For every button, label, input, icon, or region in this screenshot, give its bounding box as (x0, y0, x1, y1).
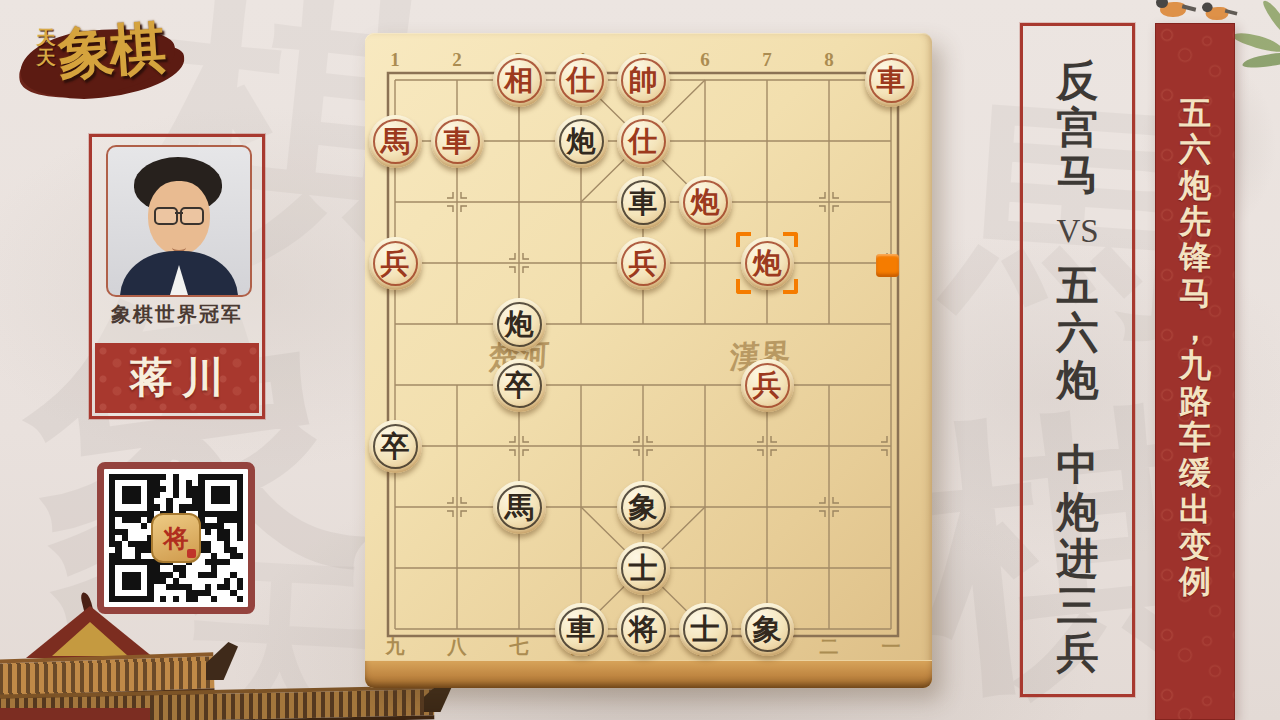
match-title-char: 反 (1057, 58, 1099, 105)
piece-glyph: 士 (691, 615, 720, 644)
xiangqi-piece-black[interactable]: 士 (617, 542, 670, 595)
file-label-top: 1 (390, 49, 400, 71)
banner-char: 缓 (1179, 455, 1211, 491)
match-title-text: 反宫马 (1057, 58, 1099, 199)
xiangqi-piece-black[interactable]: 車 (555, 603, 608, 656)
qr-center-label: 将 (164, 522, 189, 555)
banner-char: 变 (1179, 527, 1211, 563)
match-title-char: 中 (1057, 442, 1099, 489)
match-title-text: 五六炮 (1057, 263, 1099, 404)
stage: 棋 象 馬 棋 天 天天 象棋 象棋世界冠军 蒋川 将 (0, 0, 1280, 720)
xiangqi-piece-black[interactable]: 卒 (493, 359, 546, 412)
match-title-char: 宫 (1057, 105, 1099, 152)
glasses-icon (154, 207, 204, 223)
file-label-top: 7 (762, 49, 772, 71)
file-label-top: 6 (700, 49, 710, 71)
match-title-frame: 反宫马VS五六炮中炮进三兵 (1020, 23, 1135, 697)
piece-glyph: 炮 (567, 127, 596, 156)
xiangqi-piece-red[interactable]: 馬 (369, 115, 422, 168)
xiangqi-piece-red[interactable]: 車 (431, 115, 484, 168)
qr-code: 将 (97, 462, 255, 614)
banner-char: 炮 (1179, 167, 1211, 203)
xiangqi-piece-red[interactable]: 仕 (617, 115, 670, 168)
piece-glyph: 馬 (505, 493, 534, 522)
banner-char: 锋 (1179, 239, 1211, 275)
xiangqi-piece-red[interactable]: 仕 (555, 54, 608, 107)
leaf-icon (1241, 50, 1280, 70)
match-vs-text: VS (1056, 212, 1098, 250)
piece-glyph: 兵 (381, 249, 410, 278)
xiangqi-piece-black[interactable]: 炮 (493, 298, 546, 351)
leaf-icon (1260, 0, 1280, 36)
piece-glyph: 象 (753, 615, 782, 644)
piece-glyph: 兵 (753, 371, 782, 400)
piece-glyph: 仕 (629, 127, 658, 156)
piece-glyph: 兵 (629, 249, 658, 278)
banner-char: 马 (1179, 275, 1211, 311)
xiangqi-piece-black[interactable]: 卒 (369, 420, 422, 473)
piece-glyph: 車 (443, 127, 472, 156)
xiangqi-piece-black[interactable]: 象 (617, 481, 670, 534)
banner-char: 例 (1179, 563, 1211, 599)
banner-char: 路 (1179, 383, 1211, 419)
piece-glyph: 炮 (691, 188, 720, 217)
match-title-char: 炮 (1057, 489, 1099, 536)
xiangqi-piece-black[interactable]: 象 (741, 603, 794, 656)
match-title-char: 六 (1057, 310, 1099, 357)
xiangqi-piece-black[interactable]: 炮 (555, 115, 608, 168)
xiangqi-piece-red[interactable]: 炮 (679, 176, 732, 229)
file-label-bottom: 一 (882, 634, 901, 660)
player-title: 象棋世界冠军 (92, 301, 262, 328)
banner-char: 九 (1179, 347, 1211, 383)
banner-char: 出 (1179, 491, 1211, 527)
piece-glyph: 帥 (629, 66, 658, 95)
qr-center-piece-icon: 将 (151, 513, 201, 563)
match-title-char: 炮 (1057, 357, 1099, 404)
last-move-target-brackets (736, 232, 798, 294)
match-title-char: 进 (1057, 536, 1099, 583)
xiangqi-board-panel: 123456789 九八七六五四三二一 楚河 漢界 相仕帥車馬車炮仕車炮兵兵炮炮… (365, 33, 932, 688)
photo-shirt (170, 265, 188, 295)
xiangqi-piece-black[interactable]: 将 (617, 603, 670, 656)
xiangqi-piece-red[interactable]: 帥 (617, 54, 670, 107)
file-label-bottom: 二 (820, 634, 839, 660)
match-title-char: 五 (1057, 263, 1099, 310)
piece-glyph: 士 (629, 554, 658, 583)
piece-glyph: 卒 (381, 432, 410, 461)
player-name: 蒋川 (120, 350, 234, 406)
xiangqi-piece-black[interactable]: 士 (679, 603, 732, 656)
file-label-top: 2 (452, 49, 462, 71)
banner-char: 六 (1179, 131, 1211, 167)
bird-icon (1160, 2, 1186, 17)
piece-glyph: 車 (629, 188, 658, 217)
player-card: 象棋世界冠军 蒋川 (89, 134, 265, 419)
subtitle-banner: 五六炮先锋马，九路车缓出变例 (1155, 23, 1235, 720)
banner-char: 车 (1179, 419, 1211, 455)
banner-char: 五 (1179, 95, 1211, 131)
xiangqi-piece-red[interactable]: 兵 (617, 237, 670, 290)
xiangqi-piece-red[interactable]: 炮 (741, 237, 794, 290)
piece-glyph: 馬 (381, 127, 410, 156)
file-label-top: 8 (824, 49, 834, 71)
banner-char: ， (1179, 311, 1211, 347)
logo-main-text: 象棋 (55, 10, 164, 93)
player-photo (106, 145, 252, 297)
match-title-char: 兵 (1057, 630, 1099, 677)
piece-glyph: 象 (629, 493, 658, 522)
leaf-icon (1231, 29, 1280, 55)
player-name-band: 蒋川 (95, 343, 259, 413)
logo-small-text: 天天 (34, 28, 58, 68)
board-front-bevel (365, 660, 932, 688)
match-title-text: 中炮进三兵 (1057, 442, 1099, 677)
match-title-char: 三 (1057, 583, 1099, 630)
banner-char: 先 (1179, 203, 1211, 239)
last-move-from-square (876, 254, 899, 277)
xiangqi-piece-red[interactable]: 相 (493, 54, 546, 107)
bird-icon (1206, 7, 1229, 20)
piece-glyph: 卒 (505, 371, 534, 400)
file-label-bottom: 九 (386, 634, 405, 660)
file-label-bottom: 七 (510, 634, 529, 660)
match-title-char: 马 (1057, 152, 1099, 199)
piece-glyph: 将 (629, 615, 658, 644)
piece-glyph: 炮 (505, 310, 534, 339)
piece-glyph: 仕 (567, 66, 596, 95)
piece-glyph: 相 (505, 66, 534, 95)
xiangqi-piece-black[interactable]: 車 (617, 176, 670, 229)
app-logo: 天天 象棋 (12, 6, 187, 106)
piece-glyph: 車 (567, 615, 596, 644)
xiangqi-piece-red[interactable]: 車 (865, 54, 918, 107)
xiangqi-piece-black[interactable]: 馬 (493, 481, 546, 534)
xiangqi-piece-red[interactable]: 兵 (369, 237, 422, 290)
file-label-bottom: 八 (448, 634, 467, 660)
xiangqi-piece-red[interactable]: 兵 (741, 359, 794, 412)
piece-glyph: 車 (877, 66, 906, 95)
